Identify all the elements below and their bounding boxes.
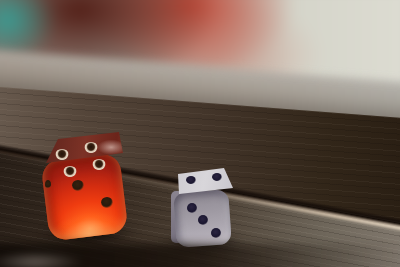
vignette bbox=[0, 0, 400, 267]
dice-photo bbox=[0, 0, 400, 267]
